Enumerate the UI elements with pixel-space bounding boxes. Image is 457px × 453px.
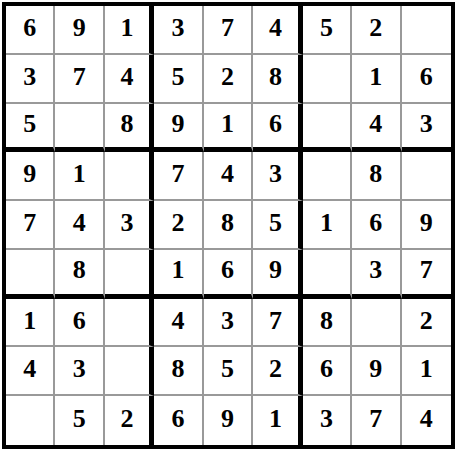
cell-r3c6[interactable]: 6 xyxy=(253,104,302,153)
cell-r3c3[interactable]: 8 xyxy=(105,104,154,153)
cell-r8c7[interactable]: 6 xyxy=(303,347,352,396)
cell-r6c9[interactable]: 7 xyxy=(402,250,451,299)
cell-r1c7[interactable]: 5 xyxy=(303,6,352,55)
cell-r4c9[interactable] xyxy=(402,152,451,201)
cell-r7c5[interactable]: 3 xyxy=(204,299,253,348)
cell-r7c6[interactable]: 7 xyxy=(253,299,302,348)
cell-r2c1[interactable]: 3 xyxy=(6,55,55,104)
cell-r6c7[interactable] xyxy=(303,250,352,299)
cell-r6c5[interactable]: 6 xyxy=(204,250,253,299)
cell-r5c3[interactable]: 3 xyxy=(105,201,154,250)
cell-r7c4[interactable]: 4 xyxy=(154,299,203,348)
cell-r7c8[interactable] xyxy=(352,299,401,348)
cell-r9c7[interactable]: 3 xyxy=(303,396,352,445)
cell-r1c1[interactable]: 6 xyxy=(6,6,55,55)
cell-r3c2[interactable] xyxy=(55,104,104,153)
cell-r9c4[interactable]: 6 xyxy=(154,396,203,445)
cell-r2c5[interactable]: 2 xyxy=(204,55,253,104)
sudoku-board: 6913745237452816589164391743874328516981… xyxy=(2,2,455,449)
sudoku-page: 6913745237452816589164391743874328516981… xyxy=(0,0,457,451)
cell-r4c5[interactable]: 4 xyxy=(204,152,253,201)
cell-r9c8[interactable]: 7 xyxy=(352,396,401,445)
cell-r8c3[interactable] xyxy=(105,347,154,396)
cell-r8c9[interactable]: 1 xyxy=(402,347,451,396)
cell-r8c4[interactable]: 8 xyxy=(154,347,203,396)
cell-r1c5[interactable]: 7 xyxy=(204,6,253,55)
cell-r5c4[interactable]: 2 xyxy=(154,201,203,250)
cell-r9c6[interactable]: 1 xyxy=(253,396,302,445)
cell-r5c8[interactable]: 6 xyxy=(352,201,401,250)
cell-r4c4[interactable]: 7 xyxy=(154,152,203,201)
cell-r7c3[interactable] xyxy=(105,299,154,348)
cell-r9c9[interactable]: 4 xyxy=(402,396,451,445)
cell-r7c2[interactable]: 6 xyxy=(55,299,104,348)
cell-r5c1[interactable]: 7 xyxy=(6,201,55,250)
cell-r8c8[interactable]: 9 xyxy=(352,347,401,396)
cell-r2c8[interactable]: 1 xyxy=(352,55,401,104)
cell-r4c7[interactable] xyxy=(303,152,352,201)
cell-r6c3[interactable] xyxy=(105,250,154,299)
cell-r5c7[interactable]: 1 xyxy=(303,201,352,250)
cell-r9c2[interactable]: 5 xyxy=(55,396,104,445)
cell-r5c6[interactable]: 5 xyxy=(253,201,302,250)
cell-r1c6[interactable]: 4 xyxy=(253,6,302,55)
cell-r9c5[interactable]: 9 xyxy=(204,396,253,445)
cell-r8c5[interactable]: 5 xyxy=(204,347,253,396)
cell-r3c7[interactable] xyxy=(303,104,352,153)
cell-r8c1[interactable]: 4 xyxy=(6,347,55,396)
cell-r6c6[interactable]: 9 xyxy=(253,250,302,299)
cell-r2c9[interactable]: 6 xyxy=(402,55,451,104)
cell-r2c3[interactable]: 4 xyxy=(105,55,154,104)
cell-r2c4[interactable]: 5 xyxy=(154,55,203,104)
cell-r5c2[interactable]: 4 xyxy=(55,201,104,250)
cell-r2c7[interactable] xyxy=(303,55,352,104)
cell-r6c4[interactable]: 1 xyxy=(154,250,203,299)
cell-r4c6[interactable]: 3 xyxy=(253,152,302,201)
cell-r3c5[interactable]: 1 xyxy=(204,104,253,153)
cell-r4c2[interactable]: 1 xyxy=(55,152,104,201)
cell-r1c9[interactable] xyxy=(402,6,451,55)
cell-r6c2[interactable]: 8 xyxy=(55,250,104,299)
cell-r1c4[interactable]: 3 xyxy=(154,6,203,55)
cell-r3c1[interactable]: 5 xyxy=(6,104,55,153)
cell-r1c2[interactable]: 9 xyxy=(55,6,104,55)
cell-r4c8[interactable]: 8 xyxy=(352,152,401,201)
cell-r8c6[interactable]: 2 xyxy=(253,347,302,396)
cell-r9c3[interactable]: 2 xyxy=(105,396,154,445)
cell-r4c3[interactable] xyxy=(105,152,154,201)
cell-r6c1[interactable] xyxy=(6,250,55,299)
cell-r2c6[interactable]: 8 xyxy=(253,55,302,104)
cell-r2c2[interactable]: 7 xyxy=(55,55,104,104)
cell-r1c3[interactable]: 1 xyxy=(105,6,154,55)
cell-r1c8[interactable]: 2 xyxy=(352,6,401,55)
cell-r5c5[interactable]: 8 xyxy=(204,201,253,250)
cell-r7c9[interactable]: 2 xyxy=(402,299,451,348)
cell-r4c1[interactable]: 9 xyxy=(6,152,55,201)
cell-r8c2[interactable]: 3 xyxy=(55,347,104,396)
cell-r7c7[interactable]: 8 xyxy=(303,299,352,348)
cell-r3c8[interactable]: 4 xyxy=(352,104,401,153)
cell-r5c9[interactable]: 9 xyxy=(402,201,451,250)
cell-r6c8[interactable]: 3 xyxy=(352,250,401,299)
cell-r3c4[interactable]: 9 xyxy=(154,104,203,153)
cell-r7c1[interactable]: 1 xyxy=(6,299,55,348)
cell-r3c9[interactable]: 3 xyxy=(402,104,451,153)
cell-r9c1[interactable] xyxy=(6,396,55,445)
